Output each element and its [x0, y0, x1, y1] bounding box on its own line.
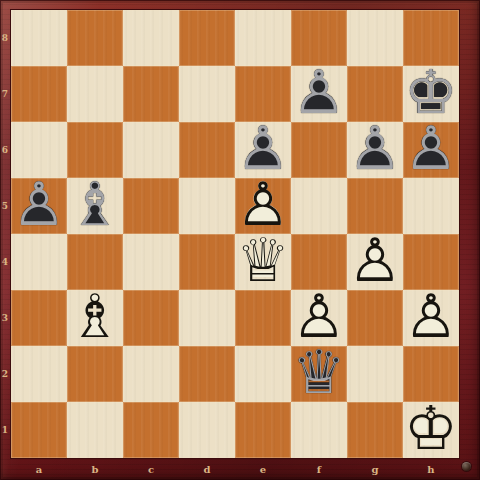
- square-d3[interactable]: [179, 290, 235, 346]
- square-g2[interactable]: [347, 346, 403, 402]
- piece-white-king-h1[interactable]: ♚♔: [403, 402, 459, 458]
- file-label-f: f: [291, 459, 347, 480]
- corner-screw: [462, 462, 471, 471]
- square-b7[interactable]: [67, 66, 123, 122]
- black-pawn-glyph-outline: ♙: [291, 64, 347, 120]
- square-a4[interactable]: [11, 234, 67, 290]
- square-h5[interactable]: [403, 178, 459, 234]
- square-b3[interactable]: ♝♗: [67, 290, 123, 346]
- white-bishop-glyph-outline: ♗: [67, 288, 123, 344]
- square-h6[interactable]: ♟♙: [403, 122, 459, 178]
- square-b8[interactable]: [67, 10, 123, 66]
- rank-label-2: 2: [0, 346, 10, 402]
- piece-white-pawn-h3[interactable]: ♟♙: [403, 290, 459, 346]
- piece-white-pawn-g4[interactable]: ♟♙: [347, 234, 403, 290]
- square-g6[interactable]: ♟♙: [347, 122, 403, 178]
- piece-black-pawn-h6[interactable]: ♟♙: [403, 122, 459, 178]
- square-d7[interactable]: [179, 66, 235, 122]
- square-e1[interactable]: [235, 402, 291, 458]
- chess-app-window: 87654321 abcdefgh ♟♙♚♔♟♙♟♙♟♙♟♙♝♗♟♙♛♕♟♙♝♗…: [0, 0, 480, 480]
- rank-label-4: 4: [0, 234, 10, 290]
- square-f2[interactable]: ♛♕: [291, 346, 347, 402]
- file-label-e: e: [235, 459, 291, 480]
- square-a3[interactable]: [11, 290, 67, 346]
- black-queen-glyph-outline: ♕: [291, 344, 347, 400]
- square-c7[interactable]: [123, 66, 179, 122]
- square-a1[interactable]: [11, 402, 67, 458]
- square-a8[interactable]: [11, 10, 67, 66]
- square-c1[interactable]: [123, 402, 179, 458]
- square-e4[interactable]: ♛♕: [235, 234, 291, 290]
- rank-label-5: 5: [0, 178, 10, 234]
- chess-board: ♟♙♚♔♟♙♟♙♟♙♟♙♝♗♟♙♛♕♟♙♝♗♟♙♟♙♛♕♚♔: [10, 9, 460, 459]
- square-f7[interactable]: ♟♙: [291, 66, 347, 122]
- square-g8[interactable]: [347, 10, 403, 66]
- square-f1[interactable]: [291, 402, 347, 458]
- rank-label-3: 3: [0, 290, 10, 346]
- square-a2[interactable]: [11, 346, 67, 402]
- piece-white-queen-e4[interactable]: ♛♕: [235, 234, 291, 290]
- black-pawn-glyph-outline: ♙: [403, 120, 459, 176]
- piece-black-pawn-g6[interactable]: ♟♙: [347, 122, 403, 178]
- white-pawn-glyph-outline: ♙: [291, 288, 347, 344]
- white-pawn-glyph-outline: ♙: [403, 288, 459, 344]
- square-f6[interactable]: [291, 122, 347, 178]
- piece-black-pawn-f7[interactable]: ♟♙: [291, 66, 347, 122]
- square-d2[interactable]: [179, 346, 235, 402]
- square-g3[interactable]: [347, 290, 403, 346]
- square-d5[interactable]: [179, 178, 235, 234]
- square-b1[interactable]: [67, 402, 123, 458]
- rank-label-6: 6: [0, 122, 10, 178]
- square-h3[interactable]: ♟♙: [403, 290, 459, 346]
- square-e2[interactable]: [235, 346, 291, 402]
- black-pawn-glyph-outline: ♙: [11, 176, 67, 232]
- square-c2[interactable]: [123, 346, 179, 402]
- square-g4[interactable]: ♟♙: [347, 234, 403, 290]
- file-label-g: g: [347, 459, 403, 480]
- square-d8[interactable]: [179, 10, 235, 66]
- white-queen-glyph-outline: ♕: [235, 232, 291, 288]
- black-pawn-glyph-outline: ♙: [235, 120, 291, 176]
- piece-white-bishop-b3[interactable]: ♝♗: [67, 290, 123, 346]
- black-king-glyph-outline: ♔: [403, 64, 459, 120]
- white-king-glyph-outline: ♔: [403, 400, 459, 456]
- square-e3[interactable]: [235, 290, 291, 346]
- rank-label-1: 1: [0, 402, 10, 458]
- square-d4[interactable]: [179, 234, 235, 290]
- square-c5[interactable]: [123, 178, 179, 234]
- white-pawn-glyph-outline: ♙: [347, 232, 403, 288]
- rank-label-8: 8: [0, 10, 10, 66]
- square-a5[interactable]: ♟♙: [11, 178, 67, 234]
- square-g1[interactable]: [347, 402, 403, 458]
- piece-black-queen-f2[interactable]: ♛♕: [291, 346, 347, 402]
- file-label-b: b: [67, 459, 123, 480]
- square-d1[interactable]: [179, 402, 235, 458]
- square-c4[interactable]: [123, 234, 179, 290]
- white-pawn-glyph-outline: ♙: [235, 176, 291, 232]
- file-label-c: c: [123, 459, 179, 480]
- square-f5[interactable]: [291, 178, 347, 234]
- file-label-a: a: [11, 459, 67, 480]
- square-c3[interactable]: [123, 290, 179, 346]
- file-label-d: d: [179, 459, 235, 480]
- square-d6[interactable]: [179, 122, 235, 178]
- square-e8[interactable]: [235, 10, 291, 66]
- black-pawn-glyph-outline: ♙: [347, 120, 403, 176]
- square-b2[interactable]: [67, 346, 123, 402]
- square-h1[interactable]: ♚♔: [403, 402, 459, 458]
- square-c6[interactable]: [123, 122, 179, 178]
- black-bishop-glyph-outline: ♗: [67, 176, 123, 232]
- square-a7[interactable]: [11, 66, 67, 122]
- piece-black-pawn-a5[interactable]: ♟♙: [11, 178, 67, 234]
- square-b5[interactable]: ♝♗: [67, 178, 123, 234]
- piece-black-bishop-b5[interactable]: ♝♗: [67, 178, 123, 234]
- square-c8[interactable]: [123, 10, 179, 66]
- rank-label-7: 7: [0, 66, 10, 122]
